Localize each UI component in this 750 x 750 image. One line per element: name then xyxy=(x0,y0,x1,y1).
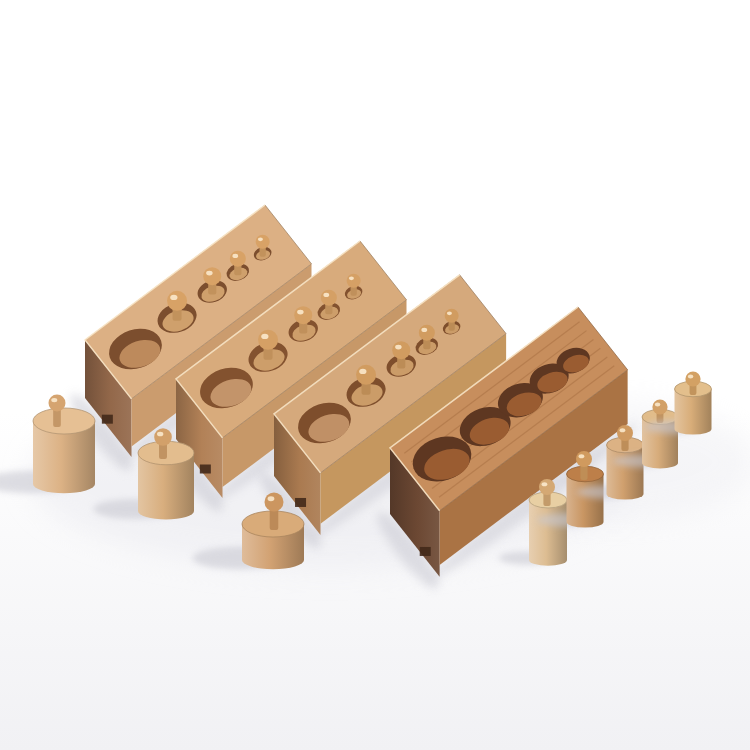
knob-highlight xyxy=(688,374,693,378)
knob-ball xyxy=(167,291,187,311)
knob-ball xyxy=(203,267,221,285)
knob-ball xyxy=(49,395,66,412)
front-notch xyxy=(420,547,431,556)
knob-highlight xyxy=(297,310,303,315)
knob-ball xyxy=(356,365,376,385)
knob-highlight xyxy=(323,293,329,297)
knob-highlight xyxy=(51,398,57,402)
knob-highlight xyxy=(542,482,548,486)
knob-highlight xyxy=(447,312,452,316)
knob-highlight xyxy=(170,295,177,300)
product-photo xyxy=(0,0,750,750)
knob-ball xyxy=(576,451,592,467)
scene-canvas xyxy=(0,0,750,750)
knob-ball xyxy=(445,309,459,323)
knob-ball xyxy=(265,493,284,512)
knob-highlight xyxy=(268,496,275,501)
knob-ball xyxy=(258,330,278,350)
knob-highlight xyxy=(349,277,354,281)
knob-highlight xyxy=(258,238,263,242)
cylinder-body xyxy=(529,500,567,566)
knob-ball xyxy=(652,399,667,414)
knob-ball xyxy=(392,341,410,359)
knob-highlight xyxy=(157,432,163,437)
knob-highlight xyxy=(232,254,238,258)
knob-ball xyxy=(230,251,246,267)
knob-highlight xyxy=(620,428,626,432)
cylinder-body xyxy=(607,445,644,500)
knob-ball xyxy=(347,274,361,288)
knob-highlight xyxy=(655,402,660,406)
knob-ball xyxy=(294,306,312,324)
front-notch xyxy=(200,465,211,474)
knob-highlight xyxy=(395,345,401,350)
knob-highlight xyxy=(206,271,212,276)
front-notch xyxy=(102,415,113,424)
knob-ball xyxy=(256,235,270,249)
knob-highlight xyxy=(359,369,366,374)
knob-ball xyxy=(419,325,435,341)
knob-highlight xyxy=(421,328,427,332)
cylinder-top xyxy=(33,408,95,434)
knob-ball xyxy=(154,428,172,446)
front-notch xyxy=(295,498,306,507)
knob-highlight xyxy=(261,334,268,339)
knob-highlight xyxy=(579,454,585,458)
knob-ball xyxy=(617,425,633,441)
knob-ball xyxy=(685,371,700,386)
knob-ball xyxy=(321,290,337,306)
knob-ball xyxy=(539,479,555,495)
